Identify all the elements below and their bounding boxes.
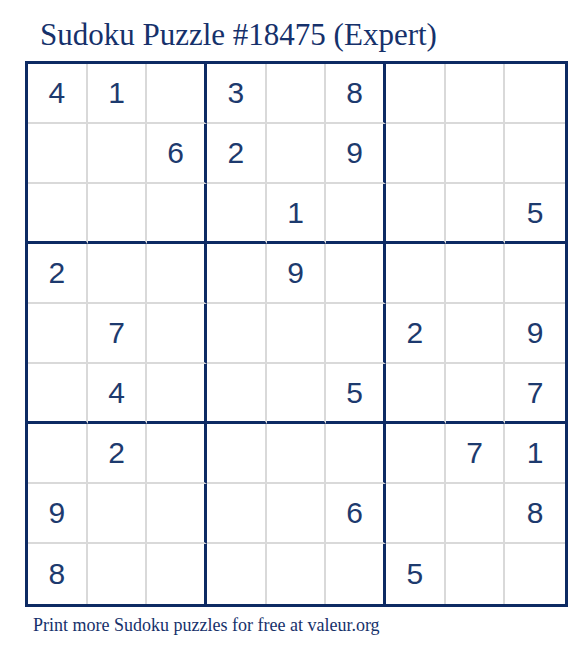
cell-r9c3: [147, 544, 207, 604]
cell-r6c7: [386, 364, 446, 424]
cell-r5c7: 2: [386, 304, 446, 364]
cell-r4c2: [88, 244, 148, 304]
cell-r2c4: 2: [207, 124, 267, 184]
cell-r4c8: [446, 244, 506, 304]
cell-r3c8: [446, 184, 506, 244]
cell-r6c2: 4: [88, 364, 148, 424]
cell-r1c5: [267, 64, 327, 124]
cell-r7c4: [207, 424, 267, 484]
cell-r1c8: [446, 64, 506, 124]
cell-r8c4: [207, 484, 267, 544]
cell-r2c6: 9: [326, 124, 386, 184]
cell-r2c7: [386, 124, 446, 184]
cell-r5c6: [326, 304, 386, 364]
cell-r2c3: 6: [147, 124, 207, 184]
cell-r5c4: [207, 304, 267, 364]
cell-r2c5: [267, 124, 327, 184]
cell-r1c1: 4: [28, 64, 88, 124]
cell-r9c8: [446, 544, 506, 604]
cell-r8c5: [267, 484, 327, 544]
footer-text: Print more Sudoku puzzles for free at va…: [33, 613, 380, 637]
cell-r6c5: [267, 364, 327, 424]
cell-r6c3: [147, 364, 207, 424]
cell-r7c3: [147, 424, 207, 484]
cell-r4c7: [386, 244, 446, 304]
cell-r7c5: [267, 424, 327, 484]
cell-r9c1: 8: [28, 544, 88, 604]
cell-r5c8: [446, 304, 506, 364]
cell-r2c1: [28, 124, 88, 184]
cell-r9c7: 5: [386, 544, 446, 604]
cell-r5c9: 9: [505, 304, 565, 364]
cell-r2c2: [88, 124, 148, 184]
cell-r3c1: [28, 184, 88, 244]
cell-r5c2: 7: [88, 304, 148, 364]
cell-r8c1: 9: [28, 484, 88, 544]
cell-r8c2: [88, 484, 148, 544]
cell-r8c8: [446, 484, 506, 544]
cell-r7c6: [326, 424, 386, 484]
cell-r7c8: 7: [446, 424, 506, 484]
cell-r1c9: [505, 64, 565, 124]
cell-r1c2: 1: [88, 64, 148, 124]
cell-r7c2: 2: [88, 424, 148, 484]
cell-r3c4: [207, 184, 267, 244]
cell-r1c6: 8: [326, 64, 386, 124]
cell-r6c9: 7: [505, 364, 565, 424]
cell-r7c1: [28, 424, 88, 484]
cell-r9c4: [207, 544, 267, 604]
sudoku-board: 4138629152972945727196885: [25, 61, 568, 607]
cell-r3c7: [386, 184, 446, 244]
cell-r9c9: [505, 544, 565, 604]
cell-r8c9: 8: [505, 484, 565, 544]
cell-r4c6: [326, 244, 386, 304]
cell-r3c3: [147, 184, 207, 244]
cell-r3c5: 1: [267, 184, 327, 244]
cell-r7c9: 1: [505, 424, 565, 484]
cell-r2c9: [505, 124, 565, 184]
cell-r5c5: [267, 304, 327, 364]
cell-r1c4: 3: [207, 64, 267, 124]
cell-r5c3: [147, 304, 207, 364]
cell-r7c7: [386, 424, 446, 484]
cell-r4c3: [147, 244, 207, 304]
cell-r2c8: [446, 124, 506, 184]
cell-r6c6: 5: [326, 364, 386, 424]
page-title: Sudoku Puzzle #18475 (Expert): [40, 17, 437, 53]
cell-r8c6: 6: [326, 484, 386, 544]
cell-r4c4: [207, 244, 267, 304]
cell-r8c3: [147, 484, 207, 544]
cell-r3c2: [88, 184, 148, 244]
cell-r5c1: [28, 304, 88, 364]
cell-r1c7: [386, 64, 446, 124]
sudoku-page: Sudoku Puzzle #18475 (Expert) 4138629152…: [0, 0, 580, 651]
cell-r4c5: 9: [267, 244, 327, 304]
cell-r8c7: [386, 484, 446, 544]
cell-r3c6: [326, 184, 386, 244]
cell-r3c9: 5: [505, 184, 565, 244]
cell-r4c9: [505, 244, 565, 304]
cell-r9c6: [326, 544, 386, 604]
cell-r9c2: [88, 544, 148, 604]
cell-r4c1: 2: [28, 244, 88, 304]
cell-r9c5: [267, 544, 327, 604]
cell-r6c1: [28, 364, 88, 424]
cell-r6c8: [446, 364, 506, 424]
cell-r6c4: [207, 364, 267, 424]
cell-r1c3: [147, 64, 207, 124]
